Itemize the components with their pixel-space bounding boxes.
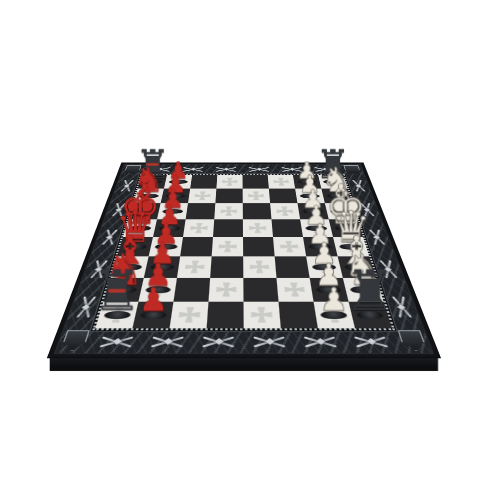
maltese-cross-icon [249, 223, 266, 233]
product-photo-scene: ♜♞♝♛♚♝♞♜♟♟♟♟♟♟♟♟♟♟♟♟♟♟♟♟♜♞♝♛♚♝♞♜ [0, 0, 480, 480]
maltese-cross-icon [324, 178, 341, 186]
crossed-weapons-icon [99, 336, 135, 348]
corner-shield-icon [398, 330, 428, 351]
square-h3 [268, 175, 295, 189]
chess-piece-glyph: ♟ [319, 286, 348, 316]
square-g7 [161, 189, 191, 204]
chess-board: ♜♞♝♛♚♝♞♜♟♟♟♟♟♟♟♟♟♟♟♟♟♟♟♟♜♞♝♛♚♝♞♜ [49, 163, 440, 357]
crossed-weapons-icon [182, 167, 204, 172]
maltese-cross-icon [220, 207, 237, 216]
square-g3 [269, 189, 298, 204]
square-h1 [318, 175, 348, 189]
square-h2 [293, 175, 321, 189]
maltese-cross-icon [301, 192, 318, 201]
crossed-weapons-icon [201, 336, 235, 348]
piece-white-r-a1: ♜ [349, 302, 393, 329]
red-tower-band [108, 289, 126, 293]
chess-piece-glyph: ♜ [92, 265, 142, 316]
crossed-weapons-icon [215, 167, 237, 172]
square-f6 [186, 203, 216, 219]
perspective-stage: ♜♞♝♛♚♝♞♜♟♟♟♟♟♟♟♟♟♟♟♟♟♟♟♟♜♞♝♛♚♝♞♜ [0, 0, 480, 480]
square-e6 [183, 219, 214, 237]
maltese-cross-icon [222, 178, 237, 186]
frame-border-bottom [88, 331, 400, 352]
chess-piece-glyph: ♟ [139, 286, 168, 316]
crossed-weapons-icon [253, 336, 287, 348]
square-g2 [295, 189, 325, 204]
square-f3 [270, 203, 300, 219]
square-h6 [190, 175, 217, 189]
maltese-cross-icon [273, 178, 289, 186]
maltese-cross-icon [248, 192, 264, 201]
square-f4 [243, 203, 272, 219]
square-g5 [215, 189, 242, 204]
square-e3 [271, 219, 303, 237]
crossed-weapons-icon [281, 167, 303, 172]
crossed-weapons-icon [353, 336, 389, 348]
chess-piece-glyph: ♜ [345, 265, 395, 316]
maltese-cross-icon [164, 207, 182, 216]
crossed-weapons-icon [303, 336, 338, 348]
crossed-weapons-icon [248, 167, 270, 172]
board-front-edge [50, 354, 438, 371]
corner-shield-icon [60, 330, 90, 351]
maltese-cross-icon [276, 207, 293, 216]
crossed-weapons-icon [149, 167, 172, 172]
crossed-weapons-icon [150, 336, 185, 348]
square-h8 [138, 175, 167, 189]
square-e5 [213, 219, 243, 237]
square-g6 [188, 189, 216, 204]
square-g4 [243, 189, 270, 204]
crossed-weapons-icon [314, 167, 337, 172]
maltese-cross-icon [194, 192, 210, 201]
maltese-cross-icon [190, 223, 208, 233]
square-h4 [243, 175, 269, 189]
square-h5 [216, 175, 242, 189]
square-e4 [243, 219, 273, 237]
maltese-cross-icon [140, 192, 158, 201]
square-f5 [214, 203, 243, 219]
square-h7 [164, 175, 192, 189]
piece-black-r-a8: ♜ [95, 302, 138, 329]
maltese-cross-icon [170, 178, 186, 186]
